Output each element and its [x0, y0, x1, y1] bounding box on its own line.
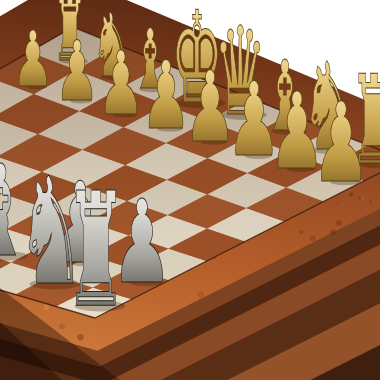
- burl-knot: [261, 237, 263, 239]
- brass-pawn: ♟: [55, 22, 100, 119]
- burl-knot: [299, 230, 303, 234]
- brass-pawn: ♟: [311, 79, 370, 206]
- chess-scene: ♜♞♟♝♟♚♛♟♟♝♟♞♟♜♟♟♝♟♟♞♜: [0, 0, 380, 380]
- burl-knot: [59, 323, 65, 329]
- pewter-rook: ♜: [65, 159, 127, 343]
- chess-set-photo: ♜♞♟♝♟♚♛♟♟♝♟♞♟♜♟♟♝♟♟♞♜: [0, 0, 380, 380]
- burl-knot: [310, 236, 316, 242]
- brass-pawn: ♟: [97, 33, 144, 135]
- burl-knot: [330, 229, 336, 235]
- burl-knot: [198, 291, 204, 297]
- brass-pawn: ♟: [12, 14, 53, 104]
- burl-knot: [336, 220, 342, 226]
